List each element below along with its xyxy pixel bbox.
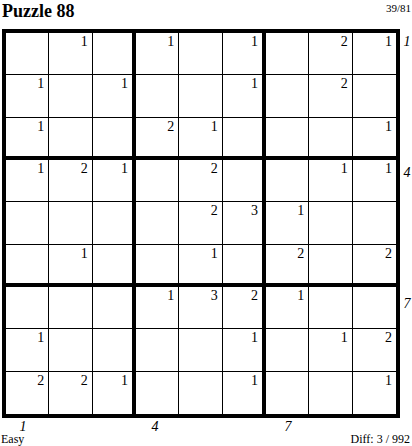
cell-r4c7[interactable] [266, 160, 309, 202]
cell-r7c4[interactable]: 1 [136, 287, 179, 329]
cell-r3c6[interactable] [223, 118, 266, 160]
cell-r7c9[interactable] [353, 287, 396, 329]
cell-r1c2[interactable]: 1 [49, 33, 92, 75]
cell-r7c7[interactable]: 1 [266, 287, 309, 329]
cell-r1c5[interactable] [179, 33, 222, 75]
cell-r6c5[interactable]: 1 [179, 245, 222, 287]
cell-r6c3[interactable] [93, 245, 136, 287]
cell-r1c1[interactable] [6, 33, 49, 75]
cell-r9c1[interactable]: 2 [6, 372, 49, 414]
cell-r9c3[interactable]: 1 [93, 372, 136, 414]
cell-r5c4[interactable] [136, 202, 179, 244]
cell-r4c6[interactable] [223, 160, 266, 202]
cell-r9c4[interactable] [136, 372, 179, 414]
cell-r2c6[interactable]: 1 [223, 75, 266, 117]
cell-r8c6[interactable]: 1 [223, 329, 266, 371]
cell-r2c5[interactable] [179, 75, 222, 117]
cell-r7c3[interactable] [93, 287, 136, 329]
cell-r9c8[interactable] [309, 372, 352, 414]
cell-r3c3[interactable] [93, 118, 136, 160]
cell-r5c1[interactable] [6, 202, 49, 244]
cell-r6c7[interactable]: 2 [266, 245, 309, 287]
cell-r8c3[interactable] [93, 329, 136, 371]
cell-r1c3[interactable] [93, 33, 136, 75]
cell-r5c8[interactable] [309, 202, 352, 244]
cell-r8c1[interactable]: 1 [6, 329, 49, 371]
cell-r3c8[interactable] [309, 118, 352, 160]
cell-r1c4[interactable]: 1 [136, 33, 179, 75]
cell-r1c8[interactable]: 2 [309, 33, 352, 75]
difficulty-label: Easy [1, 432, 24, 446]
puzzle-title: Puzzle 88 [2, 0, 74, 22]
givens-progress-counter: 39/81 [386, 2, 411, 15]
cell-r8c5[interactable] [179, 329, 222, 371]
cell-r5c2[interactable] [49, 202, 92, 244]
col-label-7: 7 [278, 419, 298, 434]
cell-r4c2[interactable]: 2 [49, 160, 92, 202]
col-label-4: 4 [145, 419, 165, 434]
cell-r9c7[interactable] [266, 372, 309, 414]
cell-r9c6[interactable]: 1 [223, 372, 266, 414]
sudoku-board: 111211112121112121123111221321111222111 [2, 29, 400, 418]
cell-r1c6[interactable]: 1 [223, 33, 266, 75]
cell-r5c3[interactable] [93, 202, 136, 244]
cell-r7c1[interactable] [6, 287, 49, 329]
cell-r5c7[interactable]: 1 [266, 202, 309, 244]
cell-r2c2[interactable] [49, 75, 92, 117]
cell-r4c9[interactable]: 1 [353, 160, 396, 202]
cell-r5c5[interactable]: 2 [179, 202, 222, 244]
cell-r8c4[interactable] [136, 329, 179, 371]
cell-r4c1[interactable]: 1 [6, 160, 49, 202]
cell-r3c9[interactable]: 1 [353, 118, 396, 160]
cell-r3c1[interactable]: 1 [6, 118, 49, 160]
cell-r7c6[interactable]: 2 [223, 287, 266, 329]
cell-r1c7[interactable] [266, 33, 309, 75]
cell-r6c1[interactable] [6, 245, 49, 287]
cell-r9c2[interactable]: 2 [49, 372, 92, 414]
cell-r1c9[interactable]: 1 [353, 33, 396, 75]
cell-r3c2[interactable] [49, 118, 92, 160]
row-label-1: 1 [402, 34, 412, 49]
cell-r3c5[interactable]: 1 [179, 118, 222, 160]
puzzle-page: Puzzle 88 39/81 111211112121112121123111… [0, 0, 412, 446]
cell-r4c3[interactable]: 1 [93, 160, 136, 202]
cell-r2c4[interactable] [136, 75, 179, 117]
cell-r7c2[interactable] [49, 287, 92, 329]
cell-r8c9[interactable]: 2 [353, 329, 396, 371]
cell-r6c2[interactable]: 1 [49, 245, 92, 287]
cell-r8c2[interactable] [49, 329, 92, 371]
cell-r3c4[interactable]: 2 [136, 118, 179, 160]
cell-r3c7[interactable] [266, 118, 309, 160]
cell-r2c3[interactable]: 1 [93, 75, 136, 117]
cell-r2c7[interactable] [266, 75, 309, 117]
cell-r2c1[interactable]: 1 [6, 75, 49, 117]
cell-r9c5[interactable] [179, 372, 222, 414]
cell-r6c8[interactable] [309, 245, 352, 287]
cell-r5c9[interactable] [353, 202, 396, 244]
cell-r2c9[interactable] [353, 75, 396, 117]
cell-r4c8[interactable]: 1 [309, 160, 352, 202]
cell-r7c5[interactable]: 3 [179, 287, 222, 329]
cell-r2c8[interactable]: 2 [309, 75, 352, 117]
cell-r4c4[interactable] [136, 160, 179, 202]
cell-r4c5[interactable]: 2 [179, 160, 222, 202]
cell-r6c9[interactable]: 2 [353, 245, 396, 287]
cell-r6c6[interactable] [223, 245, 266, 287]
diff-rating: Diff: 3 / 992 [351, 432, 410, 446]
cell-r6c4[interactable] [136, 245, 179, 287]
cell-r8c7[interactable] [266, 329, 309, 371]
cell-r5c6[interactable]: 3 [223, 202, 266, 244]
cell-r8c8[interactable]: 1 [309, 329, 352, 371]
cell-r7c8[interactable] [309, 287, 352, 329]
row-label-4: 4 [402, 165, 412, 180]
row-label-7: 7 [402, 296, 412, 311]
cell-r9c9[interactable]: 1 [353, 372, 396, 414]
